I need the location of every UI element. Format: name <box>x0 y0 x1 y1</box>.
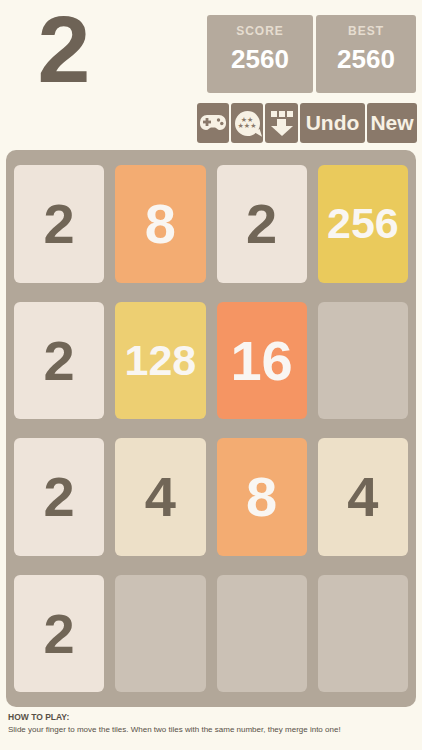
undo-button-label: Undo <box>306 111 360 135</box>
empty-cell-r4c3 <box>217 575 307 693</box>
best-label: BEST <box>348 24 384 38</box>
more-games-button[interactable] <box>197 103 229 143</box>
tile-2-r1c3: 2 <box>217 165 307 283</box>
tile-16-r2c3: 16 <box>217 302 307 420</box>
game-board[interactable]: 28225621281624842 <box>6 150 416 707</box>
instructions-heading: HOW TO PLAY: <box>8 712 408 722</box>
gamepad-icon <box>199 113 227 133</box>
instructions: HOW TO PLAY: Slide your finger to move t… <box>8 712 408 734</box>
tile-256-r1c4: 256 <box>318 165 408 283</box>
new-game-button-label: New <box>370 111 413 135</box>
best-box: BEST 2560 <box>316 15 416 93</box>
best-value: 2560 <box>337 44 395 75</box>
tile-128-r2c2: 128 <box>115 302 205 420</box>
tile-4-r3c4: 4 <box>318 438 408 556</box>
empty-cell-r4c2 <box>115 575 205 693</box>
star-bubble-icon: ★★ ★★★ <box>235 111 260 136</box>
tile-2-r3c1: 2 <box>14 438 104 556</box>
tile-8-r3c3: 8 <box>217 438 307 556</box>
tile-4-r3c2: 4 <box>115 438 205 556</box>
score-label: SCORE <box>236 24 284 38</box>
instructions-body: Slide your finger to move the tiles. Whe… <box>8 725 408 734</box>
tile-2-r4c1: 2 <box>14 575 104 693</box>
rate-button[interactable]: ★★ ★★★ <box>231 103 263 143</box>
tile-2-r1c1: 2 <box>14 165 104 283</box>
undo-button[interactable]: Undo <box>300 103 365 143</box>
new-game-button[interactable]: New <box>367 103 417 143</box>
score-box: SCORE 2560 <box>207 15 313 93</box>
apps-download-icon <box>271 111 293 136</box>
app-logo: 2 <box>18 0 110 104</box>
tile-2-r2c1: 2 <box>14 302 104 420</box>
more-apps-button[interactable] <box>265 103 298 143</box>
empty-cell-r4c4 <box>318 575 408 693</box>
empty-cell-r2c4 <box>318 302 408 420</box>
tile-8-r1c2: 8 <box>115 165 205 283</box>
score-value: 2560 <box>231 44 289 75</box>
